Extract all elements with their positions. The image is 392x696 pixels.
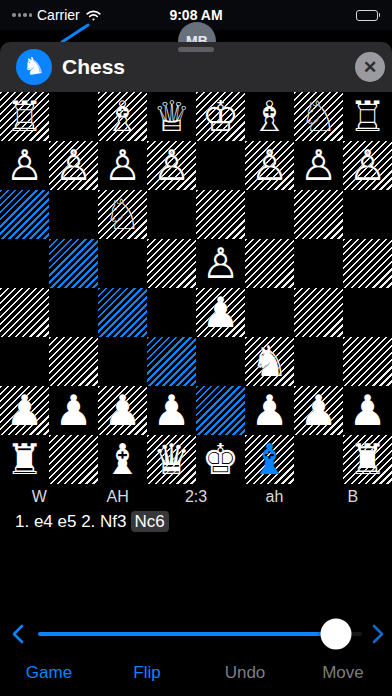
piece-c6[interactable]: ♘ [104,190,142,239]
square-b7[interactable]: ♙ [49,141,98,190]
piece-f3[interactable]: ♞ [251,337,289,386]
battery-icon [356,10,381,21]
piece-a8[interactable]: ♖ [6,92,44,141]
piece-e5[interactable]: ♙ [202,239,240,288]
sheet-grabber[interactable] [178,47,214,52]
square-d7[interactable]: ♙ [147,141,196,190]
flip-button[interactable]: Flip [98,658,196,688]
piece-g7[interactable]: ♙ [300,141,338,190]
piece-f8[interactable]: ♗ [251,92,289,141]
white-label: W [0,488,78,512]
current-move-chip[interactable]: Nc6 [131,511,169,532]
move-list-text: 1. e4 e5 2. Nf3 [15,512,127,531]
square-a3[interactable] [0,337,49,386]
bottom-toolbar: Game Flip Undo Move [0,658,392,688]
piece-c7[interactable]: ♙ [104,141,142,190]
chevron-left-icon[interactable] [8,623,30,645]
square-f8[interactable]: ♗ [245,92,294,141]
piece-e4[interactable]: ♟ [202,288,240,337]
piece-a2[interactable]: ♟ [6,386,44,435]
piece-g8[interactable]: ♘ [300,92,338,141]
knight-icon: ♞ [22,53,47,80]
square-a8[interactable]: ♖ [0,92,49,141]
piece-h2[interactable]: ♟ [349,386,387,435]
square-c8[interactable]: ♗ [98,92,147,141]
piece-f7[interactable]: ♙ [251,141,289,190]
piece-b7[interactable]: ♙ [55,141,93,190]
square-c5[interactable] [98,239,147,288]
square-a5[interactable] [0,239,49,288]
game-button[interactable]: Game [0,658,98,688]
square-a4[interactable] [0,288,49,337]
square-d5[interactable] [147,239,196,288]
piece-f2[interactable]: ♟ [251,386,289,435]
square-h8[interactable]: ♖ [343,92,392,141]
square-f7[interactable]: ♙ [245,141,294,190]
chess-app-sheet: ♞ Chess ✕ ♖♗♕♔♗♘♖♙♙♙♙♙♙♙♘♙♟♞♟♟♟♟♟♟♟♜♝♛♚♝… [0,42,392,696]
close-button[interactable]: ✕ [355,52,385,82]
piece-a7[interactable]: ♙ [6,141,44,190]
square-a2[interactable]: ♟ [0,386,49,435]
square-g4[interactable] [294,288,343,337]
sheet-header: ♞ Chess ✕ [0,42,392,92]
piece-h7[interactable]: ♙ [349,141,387,190]
piece-g2[interactable]: ♟ [300,386,338,435]
square-h4[interactable] [343,288,392,337]
square-c4[interactable] [98,288,147,337]
move-list: 1. e4 e5 2. Nf3Nc6 [15,512,169,532]
square-a7[interactable]: ♙ [0,141,49,190]
square-f2[interactable]: ♟ [245,386,294,435]
players-row: W AH 2:3 ah B [0,488,392,512]
piece-e8[interactable]: ♔ [202,92,240,141]
square-h6[interactable] [343,190,392,239]
carrier-label: Carrier [37,7,80,23]
square-g2[interactable]: ♟ [294,386,343,435]
square-h7[interactable]: ♙ [343,141,392,190]
square-d2[interactable]: ♟ [147,386,196,435]
square-f6[interactable] [245,190,294,239]
square-h1[interactable]: ♜ [343,435,392,484]
square-g7[interactable]: ♙ [294,141,343,190]
white-player-initials: AH [78,488,156,512]
square-g3[interactable] [294,337,343,386]
black-label: B [314,488,392,512]
square-c6[interactable]: ♘ [98,190,147,239]
piece-f1[interactable]: ♝ [251,435,289,484]
piece-d1[interactable]: ♛ [153,435,191,484]
piece-c2[interactable]: ♟ [104,386,142,435]
square-f5[interactable] [245,239,294,288]
square-g5[interactable] [294,239,343,288]
square-e3[interactable] [196,337,245,386]
square-d8[interactable]: ♕ [147,92,196,141]
square-c7[interactable]: ♙ [98,141,147,190]
undo-button[interactable]: Undo [196,658,294,688]
piece-h8[interactable]: ♖ [349,92,387,141]
chess-board: ♖♗♕♔♗♘♖♙♙♙♙♙♙♙♘♙♟♞♟♟♟♟♟♟♟♜♝♛♚♝♜ [0,92,392,484]
chess-app-icon: ♞ [16,49,52,85]
page-title: Chess [62,55,125,79]
square-d6[interactable] [147,190,196,239]
move-button[interactable]: Move [294,658,392,688]
square-b2[interactable]: ♟ [49,386,98,435]
square-d1[interactable]: ♛ [147,435,196,484]
square-f3[interactable]: ♞ [245,337,294,386]
square-g1[interactable] [294,435,343,484]
square-h5[interactable] [343,239,392,288]
square-b6[interactable] [49,190,98,239]
square-a1[interactable]: ♜ [0,435,49,484]
cellular-signal-icon [12,13,32,17]
square-d3[interactable] [147,337,196,386]
square-e6[interactable] [196,190,245,239]
piece-d8[interactable]: ♕ [153,92,191,141]
square-e2[interactable] [196,386,245,435]
square-c3[interactable] [98,337,147,386]
piece-a1[interactable]: ♜ [6,435,44,484]
piece-c8[interactable]: ♗ [104,92,142,141]
square-e8[interactable]: ♔ [196,92,245,141]
square-e5[interactable]: ♙ [196,239,245,288]
piece-b2[interactable]: ♟ [55,386,93,435]
square-b8[interactable] [49,92,98,141]
slider-thumb[interactable] [321,618,352,649]
piece-c1[interactable]: ♝ [104,435,142,484]
square-b3[interactable] [49,337,98,386]
wifi-icon [85,9,102,22]
square-b4[interactable] [49,288,98,337]
square-e1[interactable]: ♚ [196,435,245,484]
square-e4[interactable]: ♟ [196,288,245,337]
chevron-right-icon[interactable] [366,623,388,645]
square-g6[interactable] [294,190,343,239]
square-h3[interactable] [343,337,392,386]
square-d4[interactable] [147,288,196,337]
piece-e1[interactable]: ♚ [202,435,240,484]
square-f4[interactable] [245,288,294,337]
square-c2[interactable]: ♟ [98,386,147,435]
slider-track[interactable] [38,632,362,636]
piece-h1[interactable]: ♜ [349,435,387,484]
square-b5[interactable] [49,239,98,288]
score: 2:3 [157,488,235,512]
close-icon: ✕ [363,59,377,76]
square-g8[interactable]: ♘ [294,92,343,141]
square-f1[interactable]: ♝ [245,435,294,484]
square-e7[interactable] [196,141,245,190]
square-b1[interactable] [49,435,98,484]
piece-d2[interactable]: ♟ [153,386,191,435]
piece-d7[interactable]: ♙ [153,141,191,190]
move-history-slider [0,614,392,654]
square-h2[interactable]: ♟ [343,386,392,435]
black-player-initials: ah [235,488,313,512]
square-c1[interactable]: ♝ [98,435,147,484]
square-a6[interactable] [0,190,49,239]
